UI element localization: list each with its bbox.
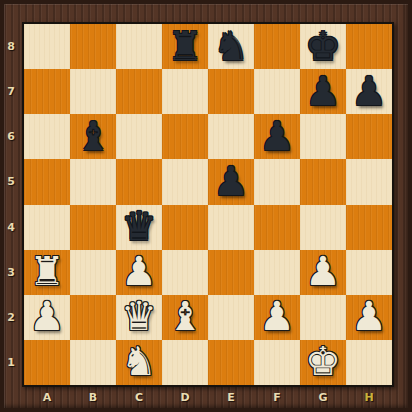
square-a1[interactable] <box>24 340 70 385</box>
square-g7[interactable]: ♟ <box>300 69 346 114</box>
white-king[interactable]: ♚ <box>305 341 341 381</box>
black-pawn[interactable]: ♟ <box>305 71 341 111</box>
white-pawn[interactable]: ♟ <box>259 296 295 336</box>
square-h6[interactable] <box>346 114 392 159</box>
black-knight[interactable]: ♞ <box>213 26 249 66</box>
square-d8[interactable]: ♜ <box>162 24 208 69</box>
square-f2[interactable]: ♟ <box>254 295 300 340</box>
square-d7[interactable] <box>162 69 208 114</box>
square-c4[interactable]: ♛ <box>116 205 162 250</box>
rank-label-4: 4 <box>0 205 22 250</box>
white-pawn[interactable]: ♟ <box>305 251 341 291</box>
square-h2[interactable]: ♟ <box>346 295 392 340</box>
file-label-f: F <box>254 387 300 408</box>
square-a8[interactable] <box>24 24 70 69</box>
square-g6[interactable] <box>300 114 346 159</box>
square-c6[interactable] <box>116 114 162 159</box>
white-knight[interactable]: ♞ <box>121 341 157 381</box>
square-e6[interactable] <box>208 114 254 159</box>
square-g3[interactable]: ♟ <box>300 250 346 295</box>
chess-app: ♜♞♚♟♟♝♟♟♛♜♟♟♟♛♝♟♟♞♚ 87654321 ABCDEFGH <box>0 0 412 412</box>
square-c3[interactable]: ♟ <box>116 250 162 295</box>
square-a7[interactable] <box>24 69 70 114</box>
white-pawn[interactable]: ♟ <box>29 296 65 336</box>
square-d5[interactable] <box>162 159 208 204</box>
rank-label-8: 8 <box>0 24 22 69</box>
square-b5[interactable] <box>70 159 116 204</box>
file-label-g: G <box>300 387 346 408</box>
square-h4[interactable] <box>346 205 392 250</box>
file-label-e: E <box>208 387 254 408</box>
square-e4[interactable] <box>208 205 254 250</box>
square-b7[interactable] <box>70 69 116 114</box>
square-f5[interactable] <box>254 159 300 204</box>
file-labels: ABCDEFGH <box>24 387 392 408</box>
black-bishop[interactable]: ♝ <box>75 116 111 156</box>
square-c5[interactable] <box>116 159 162 204</box>
square-f8[interactable] <box>254 24 300 69</box>
black-queen[interactable]: ♛ <box>121 206 157 246</box>
square-c2[interactable]: ♛ <box>116 295 162 340</box>
file-label-b: B <box>70 387 116 408</box>
file-label-c: C <box>116 387 162 408</box>
square-h8[interactable] <box>346 24 392 69</box>
square-c8[interactable] <box>116 24 162 69</box>
square-e2[interactable] <box>208 295 254 340</box>
square-c7[interactable] <box>116 69 162 114</box>
square-b6[interactable]: ♝ <box>70 114 116 159</box>
white-pawn[interactable]: ♟ <box>121 251 157 291</box>
square-a2[interactable]: ♟ <box>24 295 70 340</box>
square-g8[interactable]: ♚ <box>300 24 346 69</box>
square-f4[interactable] <box>254 205 300 250</box>
white-queen[interactable]: ♛ <box>121 296 157 336</box>
square-c1[interactable]: ♞ <box>116 340 162 385</box>
square-a6[interactable] <box>24 114 70 159</box>
square-d3[interactable] <box>162 250 208 295</box>
square-d6[interactable] <box>162 114 208 159</box>
white-bishop[interactable]: ♝ <box>167 296 203 336</box>
black-pawn[interactable]: ♟ <box>213 161 249 201</box>
square-b3[interactable] <box>70 250 116 295</box>
rank-label-5: 5 <box>0 159 22 204</box>
black-pawn[interactable]: ♟ <box>259 116 295 156</box>
square-a3[interactable]: ♜ <box>24 250 70 295</box>
square-g2[interactable] <box>300 295 346 340</box>
square-e1[interactable] <box>208 340 254 385</box>
square-d2[interactable]: ♝ <box>162 295 208 340</box>
square-f7[interactable] <box>254 69 300 114</box>
square-e7[interactable] <box>208 69 254 114</box>
square-g5[interactable] <box>300 159 346 204</box>
square-d4[interactable] <box>162 205 208 250</box>
square-f3[interactable] <box>254 250 300 295</box>
rank-label-2: 2 <box>0 295 22 340</box>
square-h5[interactable] <box>346 159 392 204</box>
square-e8[interactable]: ♞ <box>208 24 254 69</box>
square-e3[interactable] <box>208 250 254 295</box>
rank-label-1: 1 <box>0 340 22 385</box>
square-a5[interactable] <box>24 159 70 204</box>
square-h3[interactable] <box>346 250 392 295</box>
square-f6[interactable]: ♟ <box>254 114 300 159</box>
square-b2[interactable] <box>70 295 116 340</box>
square-b1[interactable] <box>70 340 116 385</box>
black-pawn[interactable]: ♟ <box>351 71 387 111</box>
square-h7[interactable]: ♟ <box>346 69 392 114</box>
square-b8[interactable] <box>70 24 116 69</box>
square-h1[interactable] <box>346 340 392 385</box>
black-king[interactable]: ♚ <box>305 26 341 66</box>
black-rook[interactable]: ♜ <box>167 26 203 66</box>
square-a4[interactable] <box>24 205 70 250</box>
square-e5[interactable]: ♟ <box>208 159 254 204</box>
white-pawn[interactable]: ♟ <box>351 296 387 336</box>
square-g4[interactable] <box>300 205 346 250</box>
white-rook[interactable]: ♜ <box>29 251 65 291</box>
file-label-a: A <box>24 387 70 408</box>
file-label-h: H <box>346 387 392 408</box>
rank-label-6: 6 <box>0 114 22 159</box>
chess-board: ♜♞♚♟♟♝♟♟♛♜♟♟♟♛♝♟♟♞♚ <box>24 24 392 385</box>
board-box: ♜♞♚♟♟♝♟♟♛♜♟♟♟♛♝♟♟♞♚ <box>22 22 394 387</box>
square-g1[interactable]: ♚ <box>300 340 346 385</box>
rank-labels: 87654321 <box>0 24 22 385</box>
square-b4[interactable] <box>70 205 116 250</box>
rank-label-7: 7 <box>0 69 22 114</box>
rank-label-3: 3 <box>0 250 22 295</box>
file-label-d: D <box>162 387 208 408</box>
square-d1[interactable] <box>162 340 208 385</box>
square-f1[interactable] <box>254 340 300 385</box>
